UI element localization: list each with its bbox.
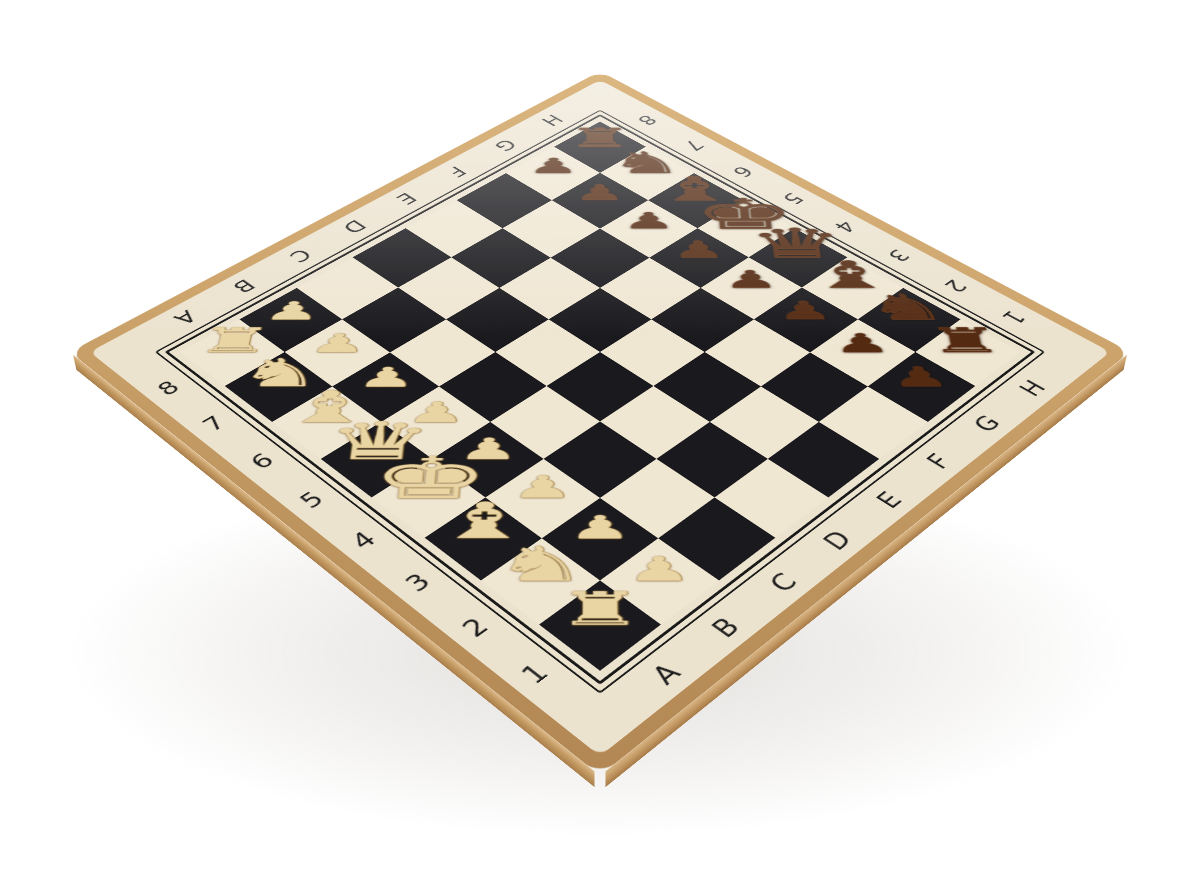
- white-bishop-glyph: ♝: [278, 385, 378, 429]
- black-pawn-glyph: ♟: [574, 182, 626, 203]
- black-knight-glyph: ♞: [863, 289, 950, 325]
- black-pawn-glyph: ♟: [671, 238, 726, 261]
- black-pawn-glyph: ♟: [622, 210, 676, 232]
- black-pawn-glyph: ♟: [527, 156, 579, 177]
- black-pawn-glyph: ♟: [722, 268, 779, 292]
- black-pawn-glyph: ♟: [831, 330, 892, 356]
- square-c3[interactable]: [544, 422, 656, 498]
- white-pawn-glyph: ♟: [262, 298, 323, 323]
- black-pawn-glyph: ♟: [775, 298, 834, 323]
- white-rook-glyph: ♜: [556, 586, 644, 632]
- square-d4[interactable]: [546, 352, 653, 422]
- white-knight-glyph: ♞: [493, 540, 588, 588]
- product-photo-scene: 87654321 87654321 HGFEDCBA HGFEDCBA ♜♞♟♝…: [0, 0, 1200, 875]
- white-king-glyph: ♚: [368, 449, 491, 507]
